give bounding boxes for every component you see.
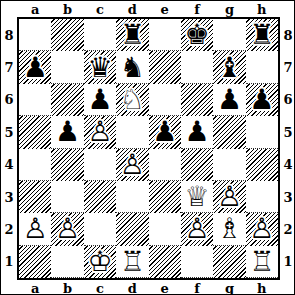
piece-white-pawn-h2[interactable]: ♟♙ [246, 213, 278, 245]
piece-white-rook-h1[interactable]: ♜♖ [246, 246, 278, 278]
square-h2[interactable]: ♟♙ [246, 213, 278, 245]
piece-glyph: ♞ [116, 51, 148, 83]
square-e4[interactable] [149, 149, 181, 181]
file-label-top-g: g [213, 2, 245, 17]
piece-glyph: ♗ [213, 213, 245, 245]
piece-white-pawn-b2[interactable]: ♟♙ [51, 213, 83, 245]
square-d6[interactable]: ♞♘ [116, 84, 148, 116]
piece-glyph: ♟ [213, 84, 245, 116]
square-a5[interactable] [19, 116, 51, 148]
square-e5[interactable]: ♟♟ [149, 116, 181, 148]
square-g1[interactable] [213, 246, 245, 278]
square-f2[interactable]: ♟♙ [181, 213, 213, 245]
square-f3[interactable]: ♛♕ [181, 181, 213, 213]
piece-glyph: ♟ [51, 116, 83, 148]
piece-glyph: ♟ [19, 51, 51, 83]
piece-black-rook-d8[interactable]: ♜♜ [116, 19, 148, 51]
square-g2[interactable]: ♝♗ [213, 213, 245, 245]
rank-label-left-8: 8 [2, 19, 16, 51]
square-b1[interactable] [51, 246, 83, 278]
square-e2[interactable] [149, 213, 181, 245]
square-h4[interactable] [246, 149, 278, 181]
square-g3[interactable]: ♟♙ [213, 181, 245, 213]
square-f8[interactable]: ♚♚ [181, 19, 213, 51]
square-f1[interactable] [181, 246, 213, 278]
square-b3[interactable] [51, 181, 83, 213]
rank-label-left-2: 2 [2, 213, 16, 245]
rank-label-left-6: 6 [2, 84, 16, 116]
piece-glyph: ♙ [84, 116, 116, 148]
piece-black-pawn-a7[interactable]: ♟♟ [19, 51, 51, 83]
square-c7[interactable]: ♛♛ [84, 51, 116, 83]
square-d3[interactable] [116, 181, 148, 213]
piece-glyph: ♟ [181, 116, 213, 148]
rank-label-left-5: 5 [2, 116, 16, 148]
file-label-bottom-g: g [213, 281, 245, 295]
rank-labels-right: 87654321 [281, 19, 295, 278]
square-d5[interactable] [116, 116, 148, 148]
rank-label-left-7: 7 [2, 51, 16, 83]
piece-black-pawn-b5[interactable]: ♟♟ [51, 116, 83, 148]
piece-black-pawn-g6[interactable]: ♟♟ [213, 84, 245, 116]
square-a6[interactable] [19, 84, 51, 116]
rank-label-right-7: 7 [281, 51, 295, 83]
file-labels-bottom: abcdefgh [19, 281, 278, 295]
square-h7[interactable] [246, 51, 278, 83]
piece-glyph: ♙ [51, 213, 83, 245]
square-a2[interactable]: ♟♙ [19, 213, 51, 245]
square-g7[interactable]: ♝♝ [213, 51, 245, 83]
square-e3[interactable] [149, 181, 181, 213]
square-g5[interactable] [213, 116, 245, 148]
piece-glyph: ♖ [116, 246, 148, 278]
piece-black-pawn-h6[interactable]: ♟♟ [246, 84, 278, 116]
square-b8[interactable] [51, 19, 83, 51]
file-label-bottom-c: c [84, 281, 116, 295]
file-label-bottom-b: b [51, 281, 83, 295]
board: ♜♜♚♚♜♜♟♟♛♛♞♞♝♝♟♟♞♘♟♟♟♟♟♟♟♙♟♟♟♟♟♙♛♕♟♙♟♙♟♙… [17, 17, 280, 280]
piece-white-king-c1[interactable]: ♚♔ [84, 246, 116, 278]
piece-white-pawn-a2[interactable]: ♟♙ [19, 213, 51, 245]
square-h8[interactable]: ♜♜ [246, 19, 278, 51]
piece-black-king-f8[interactable]: ♚♚ [181, 19, 213, 51]
square-g8[interactable] [213, 19, 245, 51]
square-a3[interactable] [19, 181, 51, 213]
piece-glyph: ♜ [116, 19, 148, 51]
file-label-bottom-d: d [116, 281, 148, 295]
file-label-top-h: h [246, 2, 278, 17]
square-a7[interactable]: ♟♟ [19, 51, 51, 83]
piece-black-rook-h8[interactable]: ♜♜ [246, 19, 278, 51]
file-label-top-b: b [51, 2, 83, 17]
square-d7[interactable]: ♞♞ [116, 51, 148, 83]
file-label-top-c: c [84, 2, 116, 17]
square-a1[interactable] [19, 246, 51, 278]
piece-white-rook-d1[interactable]: ♜♖ [116, 246, 148, 278]
file-labels-top: abcdefgh [19, 2, 278, 16]
piece-glyph: ♔ [84, 246, 116, 278]
square-b2[interactable]: ♟♙ [51, 213, 83, 245]
piece-glyph: ♟ [246, 84, 278, 116]
square-h3[interactable] [246, 181, 278, 213]
rank-label-right-4: 4 [281, 149, 295, 181]
rank-label-right-6: 6 [281, 84, 295, 116]
piece-glyph: ♙ [116, 149, 148, 181]
square-f6[interactable] [181, 84, 213, 116]
piece-white-pawn-d4[interactable]: ♟♙ [116, 149, 148, 181]
square-a4[interactable] [19, 149, 51, 181]
piece-white-queen-f3[interactable]: ♛♕ [181, 181, 213, 213]
piece-black-queen-c7[interactable]: ♛♛ [84, 51, 116, 83]
file-label-bottom-a: a [19, 281, 51, 295]
file-label-top-f: f [181, 2, 213, 17]
square-c8[interactable] [84, 19, 116, 51]
square-e1[interactable] [149, 246, 181, 278]
square-d2[interactable] [116, 213, 148, 245]
piece-glyph: ♚ [181, 19, 213, 51]
square-c4[interactable] [84, 149, 116, 181]
square-e8[interactable] [149, 19, 181, 51]
file-label-bottom-f: f [181, 281, 213, 295]
piece-glyph: ♘ [116, 84, 148, 116]
file-label-top-d: d [116, 2, 148, 17]
file-label-top-a: a [19, 2, 51, 17]
file-label-bottom-h: h [246, 281, 278, 295]
piece-white-pawn-c5[interactable]: ♟♙ [84, 116, 116, 148]
piece-glyph: ♛ [84, 51, 116, 83]
square-g6[interactable]: ♟♟ [213, 84, 245, 116]
piece-glyph: ♕ [181, 181, 213, 213]
piece-black-bishop-g7[interactable]: ♝♝ [213, 51, 245, 83]
square-a8[interactable] [19, 19, 51, 51]
square-b6[interactable] [51, 84, 83, 116]
rank-label-left-1: 1 [2, 246, 16, 278]
piece-white-pawn-f2[interactable]: ♟♙ [181, 213, 213, 245]
piece-glyph: ♟ [149, 116, 181, 148]
square-f5[interactable]: ♟♟ [181, 116, 213, 148]
piece-glyph: ♙ [246, 213, 278, 245]
square-e7[interactable] [149, 51, 181, 83]
square-c5[interactable]: ♟♙ [84, 116, 116, 148]
piece-black-pawn-c6[interactable]: ♟♟ [84, 84, 116, 116]
square-f4[interactable] [181, 149, 213, 181]
square-h6[interactable]: ♟♟ [246, 84, 278, 116]
square-c6[interactable]: ♟♟ [84, 84, 116, 116]
square-c2[interactable] [84, 213, 116, 245]
square-c3[interactable] [84, 181, 116, 213]
square-d4[interactable]: ♟♙ [116, 149, 148, 181]
piece-glyph: ♙ [181, 213, 213, 245]
piece-black-pawn-e5[interactable]: ♟♟ [149, 116, 181, 148]
square-g4[interactable] [213, 149, 245, 181]
square-c1[interactable]: ♚♔ [84, 246, 116, 278]
square-b7[interactable] [51, 51, 83, 83]
square-b5[interactable]: ♟♟ [51, 116, 83, 148]
piece-black-knight-d7[interactable]: ♞♞ [116, 51, 148, 83]
piece-glyph: ♟ [84, 84, 116, 116]
rank-label-right-1: 1 [281, 246, 295, 278]
rank-label-left-4: 4 [2, 149, 16, 181]
chess-diagram: abcdefgh 87654321 ♜♜♚♚♜♜♟♟♛♛♞♞♝♝♟♟♞♘♟♟♟♟… [0, 0, 295, 295]
file-label-bottom-e: e [149, 281, 181, 295]
piece-black-pawn-f5[interactable]: ♟♟ [181, 116, 213, 148]
rank-label-right-2: 2 [281, 213, 295, 245]
square-b4[interactable] [51, 149, 83, 181]
rank-label-left-3: 3 [2, 181, 16, 213]
piece-white-bishop-g2[interactable]: ♝♗ [213, 213, 245, 245]
piece-glyph: ♝ [213, 51, 245, 83]
square-h5[interactable] [246, 116, 278, 148]
square-e6[interactable] [149, 84, 181, 116]
piece-glyph: ♜ [246, 19, 278, 51]
piece-glyph: ♙ [213, 181, 245, 213]
piece-glyph: ♙ [19, 213, 51, 245]
piece-white-knight-d6[interactable]: ♞♘ [116, 84, 148, 116]
square-h1[interactable]: ♜♖ [246, 246, 278, 278]
rank-label-right-8: 8 [281, 19, 295, 51]
rank-label-right-3: 3 [281, 181, 295, 213]
square-d8[interactable]: ♜♜ [116, 19, 148, 51]
square-d1[interactable]: ♜♖ [116, 246, 148, 278]
file-label-top-e: e [149, 2, 181, 17]
rank-labels-left: 87654321 [2, 19, 16, 278]
piece-white-pawn-g3[interactable]: ♟♙ [213, 181, 245, 213]
rank-label-right-5: 5 [281, 116, 295, 148]
piece-glyph: ♖ [246, 246, 278, 278]
square-f7[interactable] [181, 51, 213, 83]
